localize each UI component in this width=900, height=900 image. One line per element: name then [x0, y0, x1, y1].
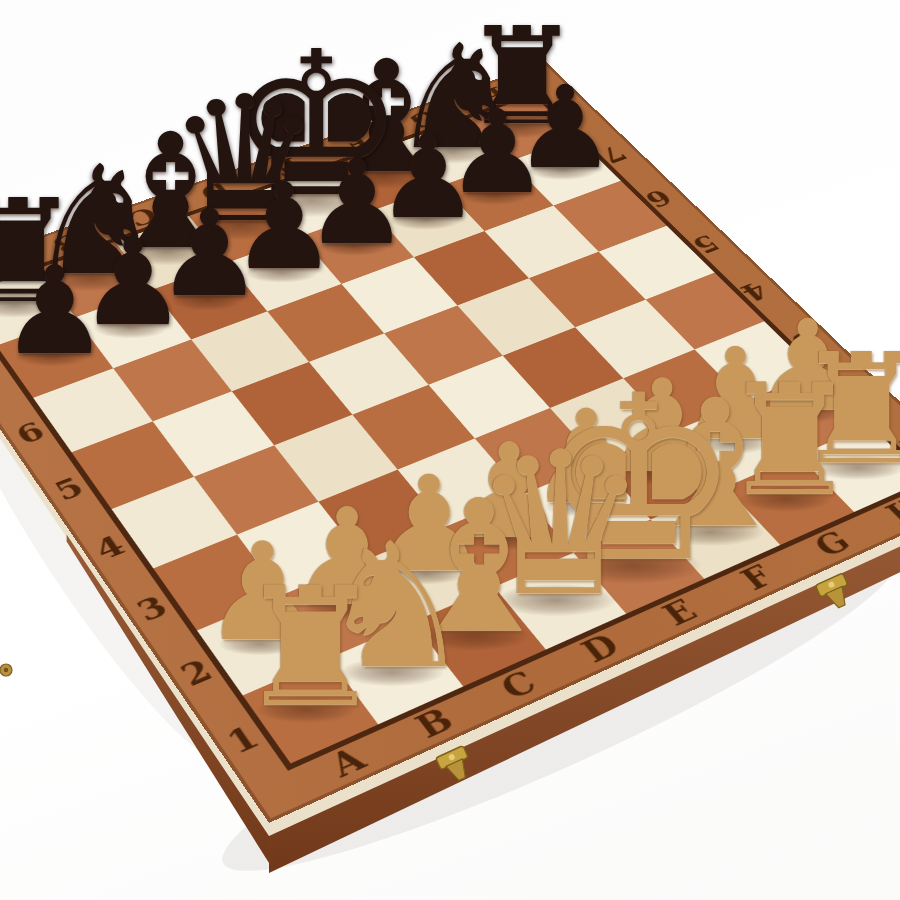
pieces-layer: ♜♞♝♛♚♝♞♜♟♟♟♟♟♟♟♟♟♟♟♟♟♟♟♟♜♞♝♛♚♝♜♜	[0, 0, 900, 900]
piece-black-pawn-a7[interactable]: ♟	[0, 250, 109, 372]
piece-white-rook-a1[interactable]: ♜	[237, 566, 384, 730]
photo-stage: { "game": "chess", "position": { "fen": …	[0, 0, 900, 900]
